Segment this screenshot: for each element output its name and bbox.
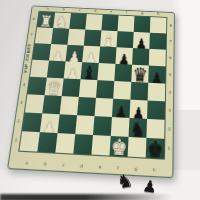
photo-scene: abcdefgh abcdefgh 87654321 87654321 VIP … (0, 0, 200, 200)
cloth-vignette (0, 0, 200, 200)
